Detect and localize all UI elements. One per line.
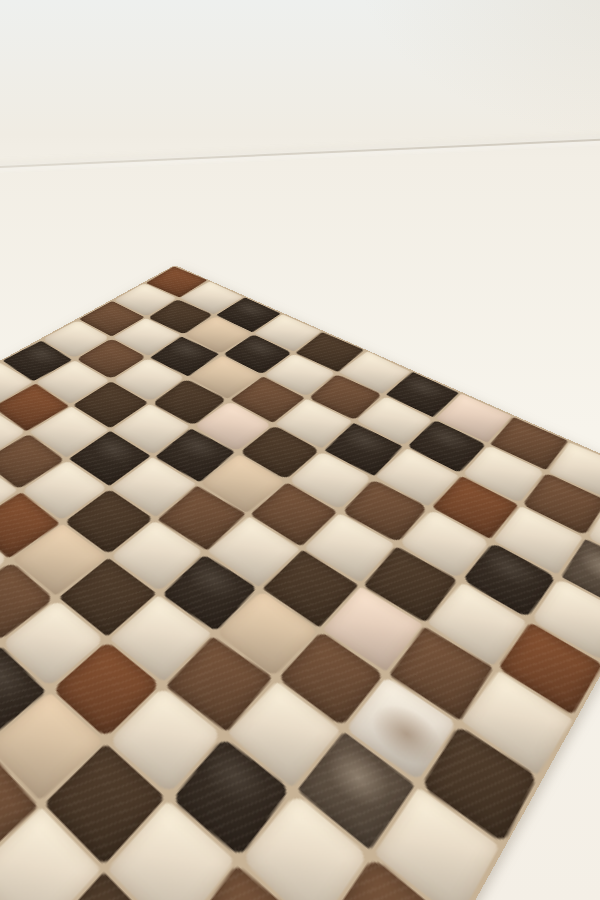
room-scene [0, 0, 600, 900]
patchwork-rug-board [0, 265, 600, 900]
rug-shadow [0, 0, 600, 900]
